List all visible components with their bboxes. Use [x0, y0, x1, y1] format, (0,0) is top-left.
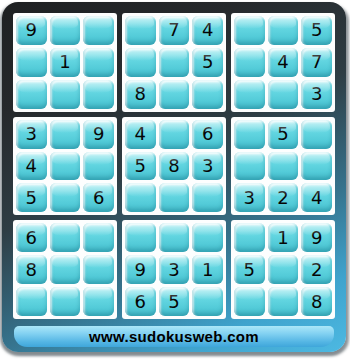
sudoku-cell-r2c3[interactable] [83, 48, 114, 77]
sudoku-grid: 917458547339456465835324689316519528 [13, 13, 335, 319]
sudoku-cell-r9c9[interactable]: 8 [301, 287, 332, 316]
sudoku-cell-r9c8[interactable] [268, 287, 299, 316]
sudoku-cell-r3c3[interactable] [83, 80, 114, 109]
sudoku-cell-r1c6[interactable]: 4 [192, 16, 223, 45]
sudoku-cell-r9c1[interactable] [16, 287, 47, 316]
sudoku-cell-r2c1[interactable] [16, 48, 47, 77]
sudoku-cell-r4c3[interactable]: 9 [83, 120, 114, 149]
sudoku-cell-r5c1[interactable]: 4 [16, 152, 47, 181]
sudoku-cell-r4c1[interactable]: 3 [16, 120, 47, 149]
sudoku-cell-r2c4[interactable] [125, 48, 156, 77]
page: 917458547339456465835324689316519528 www… [0, 0, 350, 360]
sudoku-cell-r6c2[interactable] [50, 183, 81, 212]
sudoku-cell-r2c2[interactable]: 1 [50, 48, 81, 77]
sudoku-box-6: 5324 [231, 117, 335, 216]
sudoku-cell-r2c5[interactable] [159, 48, 190, 77]
sudoku-cell-r8c7[interactable]: 5 [234, 255, 265, 284]
sudoku-cell-r1c3[interactable] [83, 16, 114, 45]
sudoku-cell-r6c5[interactable] [159, 183, 190, 212]
sudoku-cell-r2c7[interactable] [234, 48, 265, 77]
sudoku-cell-r4c8[interactable]: 5 [268, 120, 299, 149]
sudoku-box-5: 46583 [122, 117, 226, 216]
sudoku-cell-r9c7[interactable] [234, 287, 265, 316]
sudoku-cell-r3c9[interactable]: 3 [301, 80, 332, 109]
sudoku-box-3: 5473 [231, 13, 335, 112]
sudoku-box-7: 68 [13, 220, 117, 319]
sudoku-cell-r4c4[interactable]: 4 [125, 120, 156, 149]
sudoku-cell-r1c8[interactable] [268, 16, 299, 45]
sudoku-cell-r5c6[interactable]: 3 [192, 152, 223, 181]
sudoku-cell-r4c5[interactable] [159, 120, 190, 149]
sudoku-cell-r3c8[interactable] [268, 80, 299, 109]
sudoku-cell-r3c7[interactable] [234, 80, 265, 109]
sudoku-cell-r9c4[interactable]: 6 [125, 287, 156, 316]
sudoku-cell-r6c3[interactable]: 6 [83, 183, 114, 212]
sudoku-cell-r7c1[interactable]: 6 [16, 223, 47, 252]
sudoku-cell-r2c8[interactable]: 4 [268, 48, 299, 77]
sudoku-cell-r1c7[interactable] [234, 16, 265, 45]
sudoku-cell-r1c9[interactable]: 5 [301, 16, 332, 45]
sudoku-box-9: 19528 [231, 220, 335, 319]
sudoku-cell-r6c9[interactable]: 4 [301, 183, 332, 212]
sudoku-cell-r6c6[interactable] [192, 183, 223, 212]
sudoku-cell-r3c4[interactable]: 8 [125, 80, 156, 109]
sudoku-cell-r7c4[interactable] [125, 223, 156, 252]
sudoku-cell-r9c3[interactable] [83, 287, 114, 316]
sudoku-cell-r4c9[interactable] [301, 120, 332, 149]
sudoku-cell-r9c2[interactable] [50, 287, 81, 316]
sudoku-cell-r5c5[interactable]: 8 [159, 152, 190, 181]
sudoku-cell-r7c3[interactable] [83, 223, 114, 252]
sudoku-cell-r5c2[interactable] [50, 152, 81, 181]
sudoku-cell-r6c1[interactable]: 5 [16, 183, 47, 212]
sudoku-cell-r1c2[interactable] [50, 16, 81, 45]
sudoku-cell-r8c5[interactable]: 3 [159, 255, 190, 284]
sudoku-cell-r2c6[interactable]: 5 [192, 48, 223, 77]
sudoku-cell-r5c7[interactable] [234, 152, 265, 181]
sudoku-cell-r8c3[interactable] [83, 255, 114, 284]
sudoku-cell-r5c4[interactable]: 5 [125, 152, 156, 181]
sudoku-cell-r7c7[interactable] [234, 223, 265, 252]
sudoku-box-1: 91 [13, 13, 117, 112]
sudoku-cell-r9c5[interactable]: 5 [159, 287, 190, 316]
sudoku-cell-r2c9[interactable]: 7 [301, 48, 332, 77]
sudoku-box-4: 39456 [13, 117, 117, 216]
sudoku-cell-r7c2[interactable] [50, 223, 81, 252]
sudoku-cell-r8c6[interactable]: 1 [192, 255, 223, 284]
sudoku-cell-r1c4[interactable] [125, 16, 156, 45]
sudoku-cell-r3c2[interactable] [50, 80, 81, 109]
sudoku-cell-r1c1[interactable]: 9 [16, 16, 47, 45]
sudoku-cell-r3c5[interactable] [159, 80, 190, 109]
sudoku-cell-r7c6[interactable] [192, 223, 223, 252]
sudoku-cell-r6c4[interactable] [125, 183, 156, 212]
sudoku-cell-r1c5[interactable]: 7 [159, 16, 190, 45]
sudoku-cell-r5c9[interactable] [301, 152, 332, 181]
sudoku-box-2: 7458 [122, 13, 226, 112]
sudoku-cell-r4c2[interactable] [50, 120, 81, 149]
sudoku-cell-r8c8[interactable] [268, 255, 299, 284]
sudoku-cell-r4c7[interactable] [234, 120, 265, 149]
sudoku-cell-r7c8[interactable]: 1 [268, 223, 299, 252]
sudoku-cell-r7c5[interactable] [159, 223, 190, 252]
sudoku-cell-r8c1[interactable]: 8 [16, 255, 47, 284]
site-url-link[interactable]: www.sudokusweb.com [89, 328, 259, 345]
sudoku-cell-r6c7[interactable]: 3 [234, 183, 265, 212]
sudoku-cell-r6c8[interactable]: 2 [268, 183, 299, 212]
sudoku-cell-r3c1[interactable] [16, 80, 47, 109]
sudoku-cell-r4c6[interactable]: 6 [192, 120, 223, 149]
sudoku-cell-r8c9[interactable]: 2 [301, 255, 332, 284]
sudoku-box-8: 93165 [122, 220, 226, 319]
sudoku-cell-r5c8[interactable] [268, 152, 299, 181]
footer-band: www.sudokusweb.com [14, 326, 334, 347]
sudoku-cell-r8c2[interactable] [50, 255, 81, 284]
sudoku-board-frame: 917458547339456465835324689316519528 www… [2, 2, 346, 352]
sudoku-cell-r8c4[interactable]: 9 [125, 255, 156, 284]
sudoku-cell-r5c3[interactable] [83, 152, 114, 181]
sudoku-cell-r3c6[interactable] [192, 80, 223, 109]
sudoku-cell-r7c9[interactable]: 9 [301, 223, 332, 252]
sudoku-cell-r9c6[interactable] [192, 287, 223, 316]
